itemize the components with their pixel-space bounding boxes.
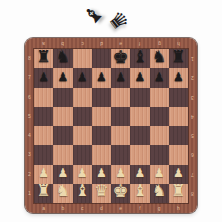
square-h4 [169, 126, 188, 145]
square-h1: ♜ [169, 184, 188, 203]
square-c1: ♝ [73, 184, 92, 203]
product-photo-chess-set: ♝ ♛ abcdefgh abcdefgh 87654321 12345678 … [0, 0, 222, 222]
white-bishop: ♝ [75, 183, 89, 199]
square-h8: ♜ [169, 49, 188, 68]
white-pawn: ♟ [77, 167, 88, 179]
square-h7: ♟ [169, 68, 188, 87]
file-label-e: e [111, 206, 130, 211]
file-label-b: b [53, 206, 72, 211]
square-d5 [92, 107, 111, 126]
white-bishop: ♝ [133, 183, 147, 199]
file-label-top-c: c [73, 41, 92, 46]
white-pawn: ♟ [57, 167, 68, 179]
rank-label-right-7: 7 [191, 165, 194, 184]
square-b1: ♞ [53, 184, 72, 203]
square-a5 [34, 107, 53, 126]
square-b5 [53, 107, 72, 126]
file-label-top-b: b [53, 41, 72, 46]
square-e8: ♚ [111, 49, 130, 68]
square-f8: ♝ [130, 49, 149, 68]
file-label-d: d [92, 206, 111, 211]
black-pawn: ♟ [57, 71, 68, 83]
chess-board: abcdefgh abcdefgh 87654321 12345678 ♜♞♚♝… [25, 38, 197, 213]
white-pawn: ♟ [173, 167, 184, 179]
black-pawn: ♟ [154, 71, 165, 83]
square-g3 [150, 145, 169, 164]
square-d7: ♟ [92, 68, 111, 87]
rank-label-right-1: 1 [191, 49, 194, 68]
square-b3 [53, 145, 72, 164]
square-h5 [169, 107, 188, 126]
white-king: ♚ [113, 182, 129, 200]
white-knight: ♞ [152, 183, 166, 199]
white-rook: ♜ [171, 183, 185, 199]
square-e3 [111, 145, 130, 164]
rank-label-right-2: 2 [191, 68, 194, 87]
square-f4 [130, 126, 149, 145]
rank-label-4: 4 [28, 126, 31, 145]
square-d3 [92, 145, 111, 164]
rank-label-right-4: 4 [191, 107, 194, 126]
square-a3 [34, 145, 53, 164]
rank-labels-right: 12345678 [188, 49, 197, 203]
square-f6 [130, 88, 149, 107]
square-a7: ♟ [34, 68, 53, 87]
file-label-top-a: a [34, 41, 53, 46]
white-pawn: ♟ [115, 167, 126, 179]
white-queen: ♛ [94, 183, 108, 199]
square-e4 [111, 126, 130, 145]
square-c6 [73, 88, 92, 107]
square-f5 [130, 107, 149, 126]
square-g8: ♞ [150, 49, 169, 68]
black-bishop: ♝ [133, 49, 147, 65]
square-a8: ♜ [34, 49, 53, 68]
square-c7: ♟ [73, 68, 92, 87]
white-pawn: ♟ [38, 167, 49, 179]
black-queen-lying-piece: ♛ [103, 6, 134, 36]
square-d4 [92, 126, 111, 145]
rank-label-2: 2 [28, 165, 31, 184]
rank-label-1: 1 [28, 184, 31, 203]
square-g5 [150, 107, 169, 126]
black-knight: ♞ [152, 49, 166, 65]
square-f1: ♝ [130, 184, 149, 203]
rank-label-right-3: 3 [191, 88, 194, 107]
square-e1: ♚ [111, 184, 130, 203]
square-b8: ♞ [53, 49, 72, 68]
square-d6 [92, 88, 111, 107]
file-label-h: h [169, 206, 188, 211]
square-g1: ♞ [150, 184, 169, 203]
square-e7: ♟ [111, 68, 130, 87]
black-rook: ♜ [171, 49, 185, 65]
file-label-top-d: d [92, 41, 111, 46]
square-a6 [34, 88, 53, 107]
white-rook: ♜ [36, 183, 50, 199]
white-pawn: ♟ [154, 167, 165, 179]
square-g7: ♟ [150, 68, 169, 87]
square-d8 [92, 49, 111, 68]
square-h6 [169, 88, 188, 107]
square-c4 [73, 126, 92, 145]
square-a1: ♜ [34, 184, 53, 203]
rank-label-right-5: 5 [191, 126, 194, 145]
square-d1: ♛ [92, 184, 111, 203]
square-b7: ♟ [53, 68, 72, 87]
square-g4 [150, 126, 169, 145]
rank-labels-left: 87654321 [25, 49, 34, 203]
file-label-top-g: g [150, 41, 169, 46]
rank-label-3: 3 [28, 145, 31, 164]
file-labels-bottom: abcdefgh [34, 203, 188, 213]
board-grid: ♜♞♚♝♞♜♟♟♟♟♟♟♟♟♟♟♟♟♟♟♟♟♜♞♝♛♚♝♞♜ [34, 49, 188, 203]
file-label-f: f [130, 206, 149, 211]
rank-label-8: 8 [28, 49, 31, 68]
square-b4 [53, 126, 72, 145]
square-c5 [73, 107, 92, 126]
black-pawn: ♟ [38, 71, 49, 83]
black-pawn: ♟ [77, 71, 88, 83]
square-b6 [53, 88, 72, 107]
file-label-g: g [150, 206, 169, 211]
file-label-top-f: f [130, 41, 149, 46]
square-f3 [130, 145, 149, 164]
offboard-pieces: ♝ ♛ [0, 0, 222, 40]
black-king: ♚ [113, 48, 129, 66]
square-e5 [111, 107, 130, 126]
rank-label-6: 6 [28, 88, 31, 107]
file-label-c: c [73, 206, 92, 211]
square-f7: ♟ [130, 68, 149, 87]
rank-label-right-6: 6 [191, 145, 194, 164]
file-label-a: a [34, 206, 53, 211]
file-label-top-h: h [169, 41, 188, 46]
black-pawn: ♟ [134, 71, 145, 83]
black-knight: ♞ [56, 49, 70, 65]
white-knight: ♞ [56, 183, 70, 199]
black-rook: ♜ [36, 49, 50, 65]
black-pawn: ♟ [173, 71, 184, 83]
square-c8 [73, 49, 92, 68]
square-c3 [73, 145, 92, 164]
square-g6 [150, 88, 169, 107]
square-a4 [34, 126, 53, 145]
black-pawn: ♟ [96, 71, 107, 83]
white-pawn: ♟ [96, 167, 107, 179]
black-pawn: ♟ [115, 71, 126, 83]
white-pawn: ♟ [134, 167, 145, 179]
square-h3 [169, 145, 188, 164]
rank-label-5: 5 [28, 107, 31, 126]
square-e6 [111, 88, 130, 107]
rank-label-right-8: 8 [191, 184, 194, 203]
rank-label-7: 7 [28, 68, 31, 87]
black-bishop-lying-piece: ♝ [78, 0, 108, 30]
